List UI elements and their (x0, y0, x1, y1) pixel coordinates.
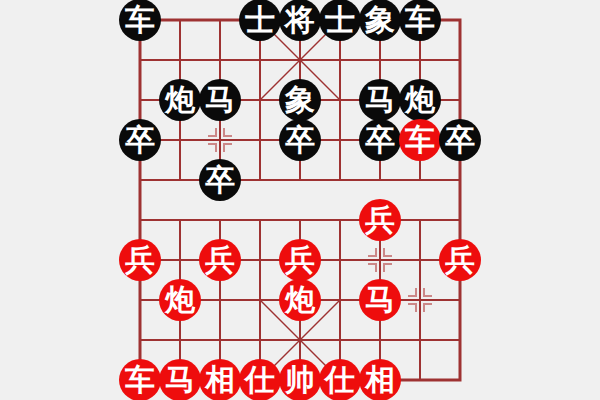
piece-red-horse[interactable]: 马 (359, 279, 401, 321)
piece-black-soldier[interactable]: 卒 (279, 119, 321, 161)
piece-black-advisor[interactable]: 士 (319, 0, 361, 41)
piece-black-horse[interactable]: 马 (199, 79, 241, 121)
piece-red-soldier[interactable]: 兵 (359, 199, 401, 241)
xiangqi-board: 车士将士象车炮马象马炮卒卒卒车卒卒兵兵兵兵兵炮炮马车马相仕帅仕相 (0, 0, 600, 400)
piece-black-chariot[interactable]: 车 (119, 0, 161, 41)
piece-black-cannon[interactable]: 炮 (399, 79, 441, 121)
piece-red-chariot[interactable]: 车 (119, 359, 161, 400)
piece-black-chariot[interactable]: 车 (399, 0, 441, 41)
piece-red-cannon[interactable]: 炮 (279, 279, 321, 321)
piece-black-soldier[interactable]: 卒 (199, 159, 241, 201)
piece-red-soldier[interactable]: 兵 (279, 239, 321, 281)
piece-red-advisor[interactable]: 仕 (319, 359, 361, 400)
piece-black-elephant[interactable]: 象 (279, 79, 321, 121)
piece-red-chariot[interactable]: 车 (399, 119, 441, 161)
piece-red-soldier[interactable]: 兵 (119, 239, 161, 281)
piece-black-horse[interactable]: 马 (359, 79, 401, 121)
piece-black-soldier[interactable]: 卒 (119, 119, 161, 161)
piece-black-elephant[interactable]: 象 (359, 0, 401, 41)
piece-red-elephant[interactable]: 相 (199, 359, 241, 400)
piece-black-general[interactable]: 将 (279, 0, 321, 41)
piece-red-elephant[interactable]: 相 (359, 359, 401, 400)
piece-black-soldier[interactable]: 卒 (439, 119, 481, 161)
piece-red-soldier[interactable]: 兵 (439, 239, 481, 281)
piece-red-cannon[interactable]: 炮 (159, 279, 201, 321)
piece-black-advisor[interactable]: 士 (239, 0, 281, 41)
piece-red-advisor[interactable]: 仕 (239, 359, 281, 400)
piece-red-general[interactable]: 帅 (279, 359, 321, 400)
piece-red-soldier[interactable]: 兵 (199, 239, 241, 281)
pieces-layer: 车士将士象车炮马象马炮卒卒卒车卒卒兵兵兵兵兵炮炮马车马相仕帅仕相 (0, 0, 600, 400)
piece-black-soldier[interactable]: 卒 (359, 119, 401, 161)
piece-red-horse[interactable]: 马 (159, 359, 201, 400)
piece-black-cannon[interactable]: 炮 (159, 79, 201, 121)
